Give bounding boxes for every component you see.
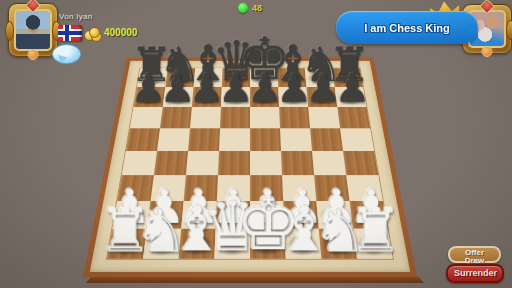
player-left-name: Von Iyan bbox=[59, 12, 93, 21]
square-e4[interactable] bbox=[250, 151, 282, 175]
square-d4[interactable] bbox=[218, 151, 250, 175]
piece-black-pawn-h7[interactable]: ♟ bbox=[334, 69, 369, 108]
square-e5[interactable] bbox=[250, 128, 281, 151]
square-a5[interactable] bbox=[126, 128, 160, 151]
piece-white-rook-h1[interactable]: ♜ bbox=[348, 201, 402, 261]
square-h7[interactable]: ♟ bbox=[335, 87, 367, 107]
norway-flag-icon bbox=[58, 25, 82, 41]
square-g6[interactable] bbox=[308, 107, 340, 128]
player-left-avatar[interactable] bbox=[8, 3, 58, 57]
square-f6[interactable] bbox=[279, 107, 310, 128]
square-g5[interactable] bbox=[310, 128, 343, 151]
board-grid: ♜♞♝♛♚♝♞♜♟♟♟♟♟♟♟♟♟♟♟♟♟♟♟♟♜♞♝♛♚♝♞♜ bbox=[106, 68, 394, 260]
square-c6[interactable] bbox=[190, 107, 221, 128]
square-a4[interactable] bbox=[122, 151, 157, 175]
square-h4[interactable] bbox=[343, 151, 378, 175]
square-a6[interactable] bbox=[130, 107, 163, 128]
square-g7[interactable]: ♟ bbox=[306, 87, 337, 107]
frame-orange-gem-icon bbox=[28, 49, 39, 60]
surrender-button[interactable]: Surrender bbox=[446, 264, 504, 283]
chat-message-bubble: I am Chess King bbox=[336, 11, 478, 44]
offer-draw-button[interactable]: Offer Draw bbox=[448, 246, 501, 263]
chess-board-3d: ♜♞♝♛♚♝♞♜♟♟♟♟♟♟♟♟♟♟♟♟♟♟♟♟♜♞♝♛♚♝♞♜ bbox=[100, 1, 400, 288]
square-b5[interactable] bbox=[157, 128, 190, 151]
chess-board: ♜♞♝♛♚♝♞♜♟♟♟♟♟♟♟♟♟♟♟♟♟♟♟♟♜♞♝♛♚♝♞♜ bbox=[83, 58, 417, 277]
square-f4[interactable] bbox=[281, 151, 314, 175]
square-d6[interactable] bbox=[220, 107, 250, 128]
coin-icon bbox=[89, 27, 100, 38]
square-e7[interactable]: ♟ bbox=[250, 87, 279, 107]
square-d5[interactable] bbox=[219, 128, 250, 151]
square-h6[interactable] bbox=[337, 107, 370, 128]
chat-bubble-icon[interactable] bbox=[52, 44, 81, 64]
square-b4[interactable] bbox=[154, 151, 188, 175]
chess-game-screen: ♜♞♝♛♚♝♞♜♟♟♟♟♟♟♟♟♟♟♟♟♟♟♟♟♜♞♝♛♚♝♞♜ Von Iya… bbox=[0, 0, 512, 288]
square-c4[interactable] bbox=[186, 151, 219, 175]
square-f7[interactable]: ♟ bbox=[278, 87, 308, 107]
square-f5[interactable] bbox=[280, 128, 312, 151]
square-h1[interactable]: ♜ bbox=[353, 229, 393, 259]
player-left-photo bbox=[14, 9, 52, 51]
square-g4[interactable] bbox=[312, 151, 346, 175]
square-d7[interactable]: ♟ bbox=[221, 87, 250, 107]
square-h5[interactable] bbox=[340, 128, 374, 151]
square-b6[interactable] bbox=[160, 107, 192, 128]
frame-orange-gem-icon bbox=[482, 46, 493, 57]
square-c5[interactable] bbox=[188, 128, 220, 151]
chat-message-text: I am Chess King bbox=[364, 22, 450, 34]
square-e6[interactable] bbox=[250, 107, 280, 128]
